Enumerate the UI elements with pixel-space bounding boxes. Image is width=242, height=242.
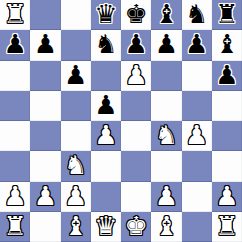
square-a3[interactable]	[0, 151, 30, 181]
piece-white-knight: ♞︎	[155, 121, 178, 150]
square-d4[interactable]: ♟︎	[91, 121, 121, 151]
piece-black-king: ♚︎	[124, 0, 147, 29]
piece-white-rook: ♜︎	[3, 212, 26, 241]
square-f4[interactable]: ♞︎	[151, 121, 181, 151]
piece-black-pawn: ♟︎	[3, 30, 26, 59]
square-c1[interactable]: ♝︎	[61, 212, 91, 242]
square-b6[interactable]	[30, 61, 60, 91]
piece-white-pawn: ♟︎	[3, 182, 26, 211]
square-d7[interactable]: ♞︎	[91, 30, 121, 60]
square-c2[interactable]: ♟︎	[61, 182, 91, 212]
square-b1[interactable]	[30, 212, 60, 242]
piece-white-queen: ♛︎	[94, 212, 117, 241]
piece-white-rook: ♜︎	[3, 0, 26, 29]
piece-white-pawn: ♟︎	[124, 61, 147, 90]
piece-black-pawn: ♟︎	[34, 30, 57, 59]
square-c4[interactable]	[61, 121, 91, 151]
square-e1[interactable]: ♚︎	[121, 212, 151, 242]
square-a8[interactable]: ♜︎	[0, 0, 30, 30]
square-g2[interactable]	[182, 182, 212, 212]
piece-black-pawn: ♟︎	[215, 61, 238, 90]
square-h4[interactable]	[212, 121, 242, 151]
square-b2[interactable]: ♟︎	[30, 182, 60, 212]
square-d8[interactable]: ♛︎	[91, 0, 121, 30]
square-f3[interactable]	[151, 151, 181, 181]
square-d6[interactable]	[91, 61, 121, 91]
square-a7[interactable]: ♟︎	[0, 30, 30, 60]
square-h8[interactable]: ♜︎	[212, 0, 242, 30]
square-d2[interactable]	[91, 182, 121, 212]
square-f6[interactable]	[151, 61, 181, 91]
chess-board: ♜︎♛︎♚︎♝︎♞︎♜︎♟︎♟︎♞︎♟︎♟︎♟︎♝︎♟︎♟︎♟︎♟︎♟︎♞︎♟︎…	[0, 0, 242, 242]
piece-black-bishop: ♝︎	[155, 0, 178, 29]
square-a5[interactable]	[0, 91, 30, 121]
piece-black-pawn: ♟︎	[155, 30, 178, 59]
piece-white-rook: ♜︎	[215, 212, 238, 241]
square-g4[interactable]: ♟︎	[182, 121, 212, 151]
square-g5[interactable]	[182, 91, 212, 121]
square-a4[interactable]	[0, 121, 30, 151]
square-c5[interactable]	[61, 91, 91, 121]
piece-white-king: ♚︎	[124, 212, 147, 241]
piece-white-pawn: ♟︎	[185, 121, 208, 150]
square-a6[interactable]	[0, 61, 30, 91]
square-b4[interactable]	[30, 121, 60, 151]
piece-white-pawn: ♟︎	[94, 121, 117, 150]
square-h2[interactable]: ♟︎	[212, 182, 242, 212]
piece-black-bishop: ♝︎	[215, 30, 238, 59]
square-c8[interactable]	[61, 0, 91, 30]
square-b3[interactable]	[30, 151, 60, 181]
piece-white-pawn: ♟︎	[155, 182, 178, 211]
square-c6[interactable]: ♟︎	[61, 61, 91, 91]
square-f1[interactable]: ♝︎	[151, 212, 181, 242]
square-g1[interactable]	[182, 212, 212, 242]
square-g6[interactable]	[182, 61, 212, 91]
square-f7[interactable]: ♟︎	[151, 30, 181, 60]
square-g3[interactable]	[182, 151, 212, 181]
square-c3[interactable]: ♞︎	[61, 151, 91, 181]
piece-black-knight: ♞︎	[185, 0, 208, 29]
piece-black-queen: ♛︎	[94, 0, 117, 29]
piece-black-pawn: ♟︎	[185, 30, 208, 59]
square-c7[interactable]	[61, 30, 91, 60]
square-a1[interactable]: ♜︎	[0, 212, 30, 242]
square-e8[interactable]: ♚︎	[121, 0, 151, 30]
square-a2[interactable]: ♟︎	[0, 182, 30, 212]
square-e3[interactable]	[121, 151, 151, 181]
square-d5[interactable]: ♟︎	[91, 91, 121, 121]
piece-white-knight: ♞︎	[64, 151, 87, 180]
square-g7[interactable]: ♟︎	[182, 30, 212, 60]
piece-black-pawn: ♟︎	[124, 30, 147, 59]
square-h1[interactable]: ♜︎	[212, 212, 242, 242]
piece-black-pawn: ♟︎	[64, 61, 87, 90]
square-b7[interactable]: ♟︎	[30, 30, 60, 60]
square-h6[interactable]: ♟︎	[212, 61, 242, 91]
piece-white-bishop: ♝︎	[155, 212, 178, 241]
square-d3[interactable]	[91, 151, 121, 181]
square-e2[interactable]	[121, 182, 151, 212]
square-g8[interactable]: ♞︎	[182, 0, 212, 30]
square-h3[interactable]	[212, 151, 242, 181]
square-b8[interactable]	[30, 0, 60, 30]
piece-white-pawn: ♟︎	[34, 182, 57, 211]
square-f2[interactable]: ♟︎	[151, 182, 181, 212]
piece-black-rook: ♜︎	[215, 0, 238, 29]
square-h7[interactable]: ♝︎	[212, 30, 242, 60]
piece-white-bishop: ♝︎	[64, 212, 87, 241]
square-e6[interactable]: ♟︎	[121, 61, 151, 91]
square-b5[interactable]	[30, 91, 60, 121]
square-e4[interactable]	[121, 121, 151, 151]
piece-white-pawn: ♟︎	[64, 182, 87, 211]
piece-black-knight: ♞︎	[94, 30, 117, 59]
square-e5[interactable]	[121, 91, 151, 121]
piece-black-pawn: ♟︎	[94, 91, 117, 120]
square-d1[interactable]: ♛︎	[91, 212, 121, 242]
square-f5[interactable]	[151, 91, 181, 121]
square-e7[interactable]: ♟︎	[121, 30, 151, 60]
square-h5[interactable]	[212, 91, 242, 121]
piece-white-pawn: ♟︎	[215, 182, 238, 211]
square-f8[interactable]: ♝︎	[151, 0, 181, 30]
